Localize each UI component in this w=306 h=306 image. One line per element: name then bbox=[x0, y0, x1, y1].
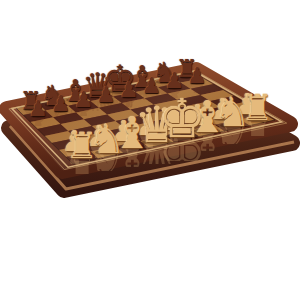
chess-set-photo: ♜♜♞♞♝♝♛♛♚♚♝♝♞♞♜♜♟♟♟♟♟♟♟♟♟♟♟♟♟♟♟♟♟♟♟♟♟♟♟♟… bbox=[0, 0, 306, 306]
chess-board bbox=[0, 0, 306, 306]
